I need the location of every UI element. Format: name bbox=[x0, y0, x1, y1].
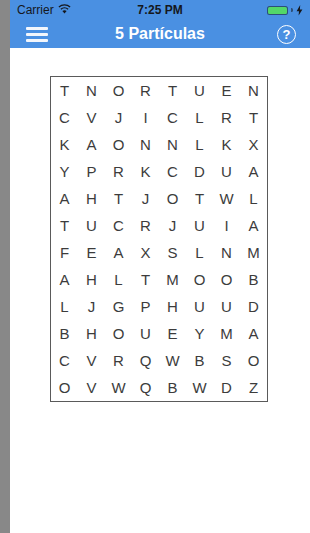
grid-cell-r5c4[interactable]: J bbox=[132, 185, 159, 212]
grid-cell-r11c7[interactable]: S bbox=[213, 347, 240, 374]
grid-cell-r8c3[interactable]: L bbox=[105, 266, 132, 293]
grid-cell-r8c1[interactable]: A bbox=[51, 266, 78, 293]
help-button[interactable]: ? bbox=[277, 25, 296, 44]
grid-cell-r9c1[interactable]: L bbox=[51, 293, 78, 320]
grid-cell-r12c7[interactable]: D bbox=[213, 374, 240, 401]
grid-cell-r3c7[interactable]: K bbox=[213, 131, 240, 158]
grid-cell-r9c3[interactable]: G bbox=[105, 293, 132, 320]
page-title: 5 Partículas bbox=[115, 25, 205, 43]
grid-cell-r1c3[interactable]: O bbox=[105, 77, 132, 104]
grid-cell-r8c5[interactable]: M bbox=[159, 266, 186, 293]
grid-cell-r5c7[interactable]: W bbox=[213, 185, 240, 212]
grid-cell-r12c4[interactable]: Q bbox=[132, 374, 159, 401]
grid-cell-r11c4[interactable]: Q bbox=[132, 347, 159, 374]
grid-cell-r10c1[interactable]: B bbox=[51, 320, 78, 347]
grid-cell-r3c4[interactable]: N bbox=[132, 131, 159, 158]
grid-cell-r9c8[interactable]: D bbox=[240, 293, 267, 320]
grid-cell-r2c4[interactable]: I bbox=[132, 104, 159, 131]
grid-cell-r6c2[interactable]: U bbox=[78, 212, 105, 239]
grid-cell-r4c1[interactable]: Y bbox=[51, 158, 78, 185]
grid-cell-r12c5[interactable]: B bbox=[159, 374, 186, 401]
grid-cell-r12c2[interactable]: V bbox=[78, 374, 105, 401]
wifi-icon bbox=[58, 3, 71, 17]
grid-cell-r12c8[interactable]: Z bbox=[240, 374, 267, 401]
grid-cell-r2c8[interactable]: T bbox=[240, 104, 267, 131]
grid-cell-r7c6[interactable]: L bbox=[186, 239, 213, 266]
grid-cell-r2c6[interactable]: L bbox=[186, 104, 213, 131]
grid-cell-r4c4[interactable]: K bbox=[132, 158, 159, 185]
grid-cell-r1c5[interactable]: T bbox=[159, 77, 186, 104]
grid-cell-r5c3[interactable]: T bbox=[105, 185, 132, 212]
grid-cell-r12c1[interactable]: O bbox=[51, 374, 78, 401]
grid-cell-r11c6[interactable]: B bbox=[186, 347, 213, 374]
grid-cell-r7c4[interactable]: X bbox=[132, 239, 159, 266]
grid-cell-r3c2[interactable]: A bbox=[78, 131, 105, 158]
grid-cell-r6c6[interactable]: U bbox=[186, 212, 213, 239]
grid-cell-r9c4[interactable]: P bbox=[132, 293, 159, 320]
grid-cell-r9c2[interactable]: J bbox=[78, 293, 105, 320]
grid-cell-r8c7[interactable]: O bbox=[213, 266, 240, 293]
grid-cell-r12c3[interactable]: W bbox=[105, 374, 132, 401]
grid-cell-r2c2[interactable]: V bbox=[78, 104, 105, 131]
grid-cell-r1c7[interactable]: E bbox=[213, 77, 240, 104]
grid-cell-r3c1[interactable]: K bbox=[51, 131, 78, 158]
grid-cell-r5c8[interactable]: L bbox=[240, 185, 267, 212]
grid-cell-r5c5[interactable]: O bbox=[159, 185, 186, 212]
grid-cell-r6c3[interactable]: C bbox=[105, 212, 132, 239]
grid-cell-r3c3[interactable]: O bbox=[105, 131, 132, 158]
grid-cell-r8c2[interactable]: H bbox=[78, 266, 105, 293]
grid-cell-r2c1[interactable]: C bbox=[51, 104, 78, 131]
grid-cell-r4c2[interactable]: P bbox=[78, 158, 105, 185]
word-search-board: TNORTUENCVJICLRTKAONNLKXYPRKCDUAAHTJOTWL… bbox=[50, 76, 268, 402]
grid-cell-r7c8[interactable]: M bbox=[240, 239, 267, 266]
grid-cell-r8c4[interactable]: T bbox=[132, 266, 159, 293]
grid-cell-r2c7[interactable]: R bbox=[213, 104, 240, 131]
grid-cell-r7c2[interactable]: E bbox=[78, 239, 105, 266]
grid-cell-r7c5[interactable]: S bbox=[159, 239, 186, 266]
grid-cell-r11c3[interactable]: R bbox=[105, 347, 132, 374]
question-mark-icon: ? bbox=[283, 27, 291, 42]
grid-cell-r7c1[interactable]: F bbox=[51, 239, 78, 266]
grid-cell-r10c7[interactable]: M bbox=[213, 320, 240, 347]
grid-cell-r4c8[interactable]: A bbox=[240, 158, 267, 185]
grid-cell-r6c5[interactable]: J bbox=[159, 212, 186, 239]
grid-cell-r1c6[interactable]: U bbox=[186, 77, 213, 104]
grid-cell-r8c8[interactable]: B bbox=[240, 266, 267, 293]
clock: 7:25 PM bbox=[137, 3, 182, 17]
battery-charging-icon bbox=[267, 5, 303, 16]
grid-cell-r9c7[interactable]: U bbox=[213, 293, 240, 320]
grid-cell-r6c1[interactable]: T bbox=[51, 212, 78, 239]
grid-cell-r6c4[interactable]: R bbox=[132, 212, 159, 239]
grid-cell-r10c8[interactable]: A bbox=[240, 320, 267, 347]
grid-cell-r1c4[interactable]: R bbox=[132, 77, 159, 104]
grid-cell-r5c6[interactable]: T bbox=[186, 185, 213, 212]
grid-cell-r10c5[interactable]: E bbox=[159, 320, 186, 347]
hamburger-menu-icon[interactable] bbox=[26, 25, 50, 43]
grid-cell-r12c6[interactable]: W bbox=[186, 374, 213, 401]
grid-cell-r9c6[interactable]: U bbox=[186, 293, 213, 320]
status-bar: Carrier 7:25 PM bbox=[10, 0, 310, 20]
grid-cell-r11c5[interactable]: W bbox=[159, 347, 186, 374]
grid-cell-r11c2[interactable]: V bbox=[78, 347, 105, 374]
grid-cell-r7c3[interactable]: A bbox=[105, 239, 132, 266]
grid-cell-r4c5[interactable]: C bbox=[159, 158, 186, 185]
grid-cell-r5c2[interactable]: H bbox=[78, 185, 105, 212]
grid-cell-r10c4[interactable]: U bbox=[132, 320, 159, 347]
grid-cell-r5c1[interactable]: A bbox=[51, 185, 78, 212]
grid-cell-r2c3[interactable]: J bbox=[105, 104, 132, 131]
grid-cell-r4c3[interactable]: R bbox=[105, 158, 132, 185]
app-screen: Carrier 7:25 PM 5 Partículas bbox=[10, 0, 310, 533]
grid-cell-r11c8[interactable]: O bbox=[240, 347, 267, 374]
grid-cell-r9c5[interactable]: H bbox=[159, 293, 186, 320]
grid-cell-r11c1[interactable]: C bbox=[51, 347, 78, 374]
grid-cell-r3c5[interactable]: N bbox=[159, 131, 186, 158]
grid-cell-r6c8[interactable]: A bbox=[240, 212, 267, 239]
grid-cell-r1c2[interactable]: N bbox=[78, 77, 105, 104]
nav-bar: 5 Partículas ? bbox=[10, 20, 310, 48]
grid-cell-r10c2[interactable]: H bbox=[78, 320, 105, 347]
letter-grid[interactable]: TNORTUENCVJICLRTKAONNLKXYPRKCDUAAHTJOTWL… bbox=[50, 76, 268, 402]
grid-cell-r1c8[interactable]: N bbox=[240, 77, 267, 104]
grid-cell-r2c5[interactable]: C bbox=[159, 104, 186, 131]
grid-cell-r10c6[interactable]: Y bbox=[186, 320, 213, 347]
grid-cell-r3c8[interactable]: X bbox=[240, 131, 267, 158]
carrier-label: Carrier bbox=[17, 3, 54, 17]
grid-cell-r1c1[interactable]: T bbox=[51, 77, 78, 104]
grid-cell-r7c7[interactable]: N bbox=[213, 239, 240, 266]
grid-cell-r10c3[interactable]: O bbox=[105, 320, 132, 347]
grid-cell-r3c6[interactable]: L bbox=[186, 131, 213, 158]
grid-cell-r6c7[interactable]: I bbox=[213, 212, 240, 239]
grid-cell-r4c6[interactable]: D bbox=[186, 158, 213, 185]
grid-cell-r4c7[interactable]: U bbox=[213, 158, 240, 185]
grid-cell-r8c6[interactable]: O bbox=[186, 266, 213, 293]
